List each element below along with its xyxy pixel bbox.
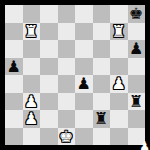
piece-white-pawn[interactable]: ♟ (24, 110, 38, 128)
piece-black-king[interactable]: ♚ (129, 5, 143, 23)
square-d6[interactable] (58, 40, 76, 58)
square-b6[interactable] (23, 40, 41, 58)
square-g5[interactable] (110, 58, 128, 76)
square-e5[interactable] (75, 58, 93, 76)
white-to-move-indicator: ♟ (139, 140, 150, 150)
square-a1[interactable] (5, 128, 23, 146)
square-e8[interactable] (75, 5, 93, 23)
piece-white-pawn[interactable]: ♟ (24, 93, 38, 111)
square-b3[interactable]: ♟ (23, 93, 41, 111)
square-g1[interactable] (110, 128, 128, 146)
square-g6[interactable] (110, 40, 128, 58)
square-d2[interactable] (58, 110, 76, 128)
square-d8[interactable] (58, 5, 76, 23)
piece-white-rook[interactable]: ♜ (24, 23, 38, 41)
square-c4[interactable] (40, 75, 58, 93)
square-f1[interactable] (93, 128, 111, 146)
piece-black-pawn[interactable]: ♟ (7, 58, 21, 76)
square-a3[interactable] (5, 93, 23, 111)
square-f2[interactable]: ♜ (93, 110, 111, 128)
square-d5[interactable] (58, 58, 76, 76)
square-a2[interactable] (5, 110, 23, 128)
piece-black-pawn[interactable]: ♟ (77, 75, 91, 93)
square-c5[interactable] (40, 58, 58, 76)
square-e7[interactable] (75, 23, 93, 41)
square-b8[interactable] (23, 5, 41, 23)
square-d4[interactable] (58, 75, 76, 93)
square-b5[interactable] (23, 58, 41, 76)
square-d7[interactable] (58, 23, 76, 41)
square-f6[interactable] (93, 40, 111, 58)
piece-white-rook[interactable]: ♜ (112, 23, 126, 41)
square-f4[interactable] (93, 75, 111, 93)
square-g8[interactable] (110, 5, 128, 23)
square-h6[interactable]: ♟ (128, 40, 146, 58)
square-g7[interactable]: ♜ (110, 23, 128, 41)
piece-black-rook[interactable]: ♜ (129, 93, 143, 111)
square-f7[interactable] (93, 23, 111, 41)
square-e3[interactable] (75, 93, 93, 111)
square-c8[interactable] (40, 5, 58, 23)
square-a8[interactable] (5, 5, 23, 23)
square-b1[interactable] (23, 128, 41, 146)
square-f5[interactable] (93, 58, 111, 76)
square-h7[interactable] (128, 23, 146, 41)
square-h5[interactable] (128, 58, 146, 76)
square-g2[interactable] (110, 110, 128, 128)
square-d3[interactable] (58, 93, 76, 111)
square-f8[interactable] (93, 5, 111, 23)
square-e1[interactable] (75, 128, 93, 146)
square-c1[interactable] (40, 128, 58, 146)
square-a7[interactable] (5, 23, 23, 41)
square-b7[interactable]: ♜ (23, 23, 41, 41)
square-b4[interactable] (23, 75, 41, 93)
square-g4[interactable]: ♟ (110, 75, 128, 93)
square-f3[interactable] (93, 93, 111, 111)
piece-black-pawn[interactable]: ♟ (129, 40, 143, 58)
piece-white-king[interactable]: ♚ (59, 128, 73, 146)
square-e2[interactable] (75, 110, 93, 128)
square-g3[interactable] (110, 93, 128, 111)
square-c2[interactable] (40, 110, 58, 128)
square-e6[interactable] (75, 40, 93, 58)
square-c3[interactable] (40, 93, 58, 111)
chess-board: ♚♜♜♟♟♟♟♟♜♟♜♚ (5, 5, 145, 145)
square-h4[interactable] (128, 75, 146, 93)
square-e4[interactable]: ♟ (75, 75, 93, 93)
square-a5[interactable]: ♟ (5, 58, 23, 76)
square-c7[interactable] (40, 23, 58, 41)
square-h8[interactable]: ♚ (128, 5, 146, 23)
square-h3[interactable]: ♜ (128, 93, 146, 111)
square-h2[interactable] (128, 110, 146, 128)
piece-black-rook[interactable]: ♜ (94, 110, 108, 128)
square-a4[interactable] (5, 75, 23, 93)
piece-white-pawn[interactable]: ♟ (112, 75, 126, 93)
square-a6[interactable] (5, 40, 23, 58)
square-d1[interactable]: ♚ (58, 128, 76, 146)
square-b2[interactable]: ♟ (23, 110, 41, 128)
square-c6[interactable] (40, 40, 58, 58)
